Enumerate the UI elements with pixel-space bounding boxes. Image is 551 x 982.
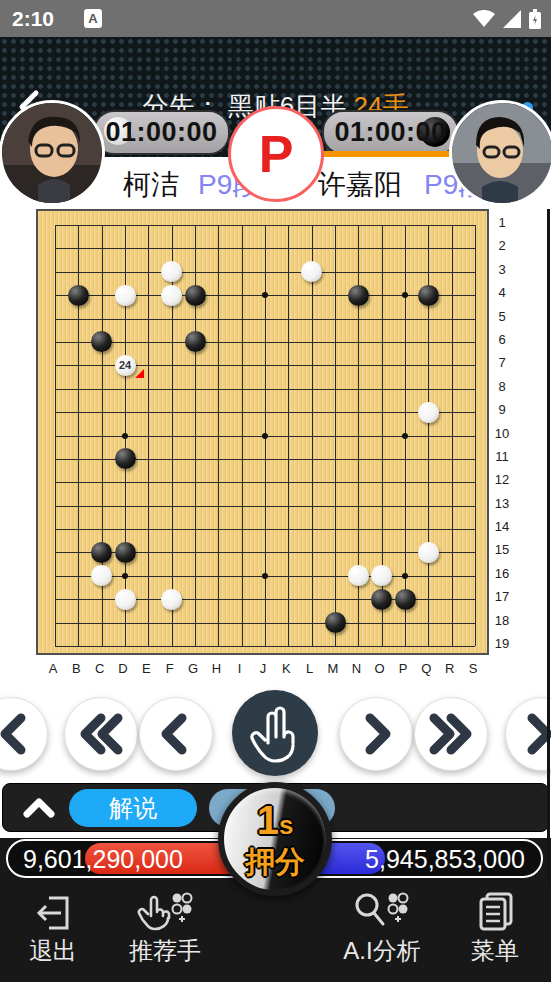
column-label: P	[393, 661, 413, 676]
go-stone-black	[68, 285, 89, 306]
board-zone: 24 12345678910111213141516171819ABCDEFGH…	[0, 205, 551, 690]
row-label: 18	[492, 613, 512, 628]
column-label: G	[183, 661, 203, 676]
row-label: 1	[492, 215, 512, 230]
go-stone-white	[115, 285, 136, 306]
row-label: 12	[492, 472, 512, 487]
go-stone-black	[115, 542, 136, 563]
row-label: 11	[492, 449, 512, 464]
row-label: 4	[492, 285, 512, 300]
column-label: M	[323, 661, 343, 676]
ai-analysis-icon	[353, 890, 411, 932]
column-label: D	[113, 661, 133, 676]
row-label: 10	[492, 426, 512, 441]
wifi-icon	[473, 10, 495, 28]
column-label: O	[370, 661, 390, 676]
column-label: H	[206, 661, 226, 676]
column-label: C	[90, 661, 110, 676]
column-label: E	[136, 661, 156, 676]
nav-item-ai-analysis[interactable]: A.I分析	[330, 890, 434, 967]
row-label: 16	[492, 566, 512, 581]
bet-timer-unit: s	[279, 810, 293, 840]
column-label: L	[300, 661, 320, 676]
go-to-start-button[interactable]	[0, 697, 48, 771]
ime-icon: A	[84, 9, 102, 28]
row-label: 5	[492, 309, 512, 324]
go-stone-white	[115, 589, 136, 610]
go-stone-black	[371, 589, 392, 610]
go-stone-white	[348, 565, 369, 586]
right-player-avatar	[449, 100, 551, 206]
column-label: Q	[416, 661, 436, 676]
go-stone-white	[418, 542, 439, 563]
go-stone-black	[348, 285, 369, 306]
go-board[interactable]: 24	[36, 209, 489, 655]
status-bar: 2:10 A	[0, 0, 551, 37]
column-label: I	[230, 661, 250, 676]
column-label: F	[160, 661, 180, 676]
nav-item-exit[interactable]: 退出	[20, 890, 86, 967]
suggest-hand-icon	[137, 890, 193, 932]
page-edge-line	[547, 209, 550, 883]
go-to-end-button[interactable]	[505, 697, 551, 771]
go-stone-white: 24	[115, 355, 136, 376]
column-label: S	[463, 661, 483, 676]
next-move-button[interactable]	[339, 697, 413, 771]
bet-amount-right: 5,945,853,000	[365, 845, 525, 874]
try-move-hand-button[interactable]	[232, 690, 318, 776]
signal-icon	[502, 10, 522, 28]
row-label: 3	[492, 262, 512, 277]
go-stone-black	[185, 285, 206, 306]
menu-icon	[473, 890, 517, 932]
row-label: 7	[492, 355, 512, 370]
column-label: J	[253, 661, 273, 676]
battery-icon	[529, 9, 541, 29]
column-label: A	[43, 661, 63, 676]
nav-item-menu[interactable]: 菜单	[460, 890, 530, 967]
tab-commentary[interactable]: 解说	[69, 789, 197, 827]
go-stone-white	[161, 589, 182, 610]
column-label: R	[440, 661, 460, 676]
go-stone-black	[185, 331, 206, 352]
nav-item-suggest-move[interactable]: 推荐手	[110, 890, 220, 967]
pass-badge: P	[228, 106, 324, 202]
column-label: K	[276, 661, 296, 676]
clock-left-player: 01:00:00	[93, 110, 230, 155]
go-stone-black	[395, 589, 416, 610]
bet-button[interactable]: 1s 押分	[218, 782, 332, 896]
exit-icon	[31, 890, 75, 932]
row-label: 14	[492, 519, 512, 534]
go-stone-white	[371, 565, 392, 586]
move-nav-row	[0, 688, 551, 780]
column-label: B	[66, 661, 86, 676]
row-label: 19	[492, 636, 512, 651]
clock-time: 2:10	[12, 7, 54, 31]
row-label: 13	[492, 496, 512, 511]
bet-button-label: 押分	[245, 845, 305, 879]
left-player-name: 柯洁	[123, 166, 179, 204]
go-stone-black	[91, 542, 112, 563]
row-label: 8	[492, 379, 512, 394]
row-label: 6	[492, 332, 512, 347]
go-stone-white	[301, 261, 322, 282]
column-label: N	[346, 661, 366, 676]
row-label: 15	[492, 542, 512, 557]
go-stone-black	[418, 285, 439, 306]
go-stone-white	[91, 565, 112, 586]
match-header: 分先： 黑贴6目半 24手 01:00:00 01:00:00 柯洁 P9段 许…	[0, 37, 551, 157]
last-move-marker	[135, 369, 144, 378]
row-label: 2	[492, 238, 512, 253]
prev-move-button[interactable]	[139, 697, 213, 771]
right-player-name: 许嘉阳	[318, 166, 402, 204]
row-label: 17	[492, 589, 512, 604]
go-stone-black	[325, 612, 346, 633]
row-label: 9	[492, 402, 512, 417]
bet-amount-left: 9,601,290,000	[23, 845, 183, 874]
bottom-panel: 9,601,290,000 5,945,853,000 1s 押分 退出 推荐手	[0, 838, 551, 982]
go-stone-black	[91, 331, 112, 352]
left-player-avatar	[0, 100, 105, 206]
bet-timer: 1	[257, 798, 279, 842]
fast-rewind-button[interactable]	[64, 697, 138, 771]
clock-right-player: 01:00:00	[322, 110, 459, 155]
hand-icon	[249, 703, 301, 763]
go-stone-black	[115, 448, 136, 469]
go-stone-white	[418, 402, 439, 423]
go-stone-white	[161, 285, 182, 306]
fast-forward-button[interactable]	[414, 697, 488, 771]
go-stone-white	[161, 261, 182, 282]
collapse-panel-button[interactable]	[21, 793, 57, 823]
